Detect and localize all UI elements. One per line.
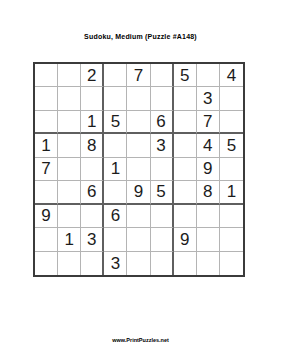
sudoku-cell-r9c8 [197, 252, 220, 275]
sudoku-cell-r3c7 [174, 111, 197, 134]
sudoku-cell-r5c3 [81, 158, 104, 181]
sudoku-cell-r6c5: 9 [127, 181, 150, 204]
sudoku-cell-r8c6 [151, 228, 174, 251]
sudoku-cell-r7c9 [220, 205, 243, 228]
sudoku-cell-r4c5 [127, 134, 150, 157]
sudoku-cell-r2c1 [35, 87, 58, 110]
sudoku-cell-r3c1 [35, 111, 58, 134]
sudoku-cell-r5c2 [58, 158, 81, 181]
sudoku-cell-r4c4 [104, 134, 127, 157]
sudoku-cell-r4c1: 1 [35, 134, 58, 157]
sudoku-cell-r3c3: 1 [81, 111, 104, 134]
sudoku-cell-r3c9 [220, 111, 243, 134]
sudoku-cell-r5c5 [127, 158, 150, 181]
sudoku-cell-r2c3 [81, 87, 104, 110]
sudoku-cell-r8c5 [127, 228, 150, 251]
sudoku-cell-r6c2 [58, 181, 81, 204]
sudoku-cell-r8c9 [220, 228, 243, 251]
sudoku-grid: 2754315671834571969581961393 [33, 62, 245, 277]
sudoku-cell-r6c3: 6 [81, 181, 104, 204]
sudoku-cell-r2c2 [58, 87, 81, 110]
sudoku-cell-r8c4 [104, 228, 127, 251]
sudoku-cell-r8c2: 1 [58, 228, 81, 251]
sudoku-cell-r6c1 [35, 181, 58, 204]
sudoku-cell-r2c6 [151, 87, 174, 110]
sudoku-cell-r5c7 [174, 158, 197, 181]
sudoku-cell-r5c1: 7 [35, 158, 58, 181]
sudoku-cell-r1c4 [104, 64, 127, 87]
sudoku-cell-r7c2 [58, 205, 81, 228]
sudoku-cell-r9c7 [174, 252, 197, 275]
sudoku-cell-r8c8 [197, 228, 220, 251]
sudoku-cell-r1c9: 4 [220, 64, 243, 87]
puzzle-page: Sudoku, Medium (Puzzle #A148) 2754315671… [0, 0, 281, 363]
sudoku-cell-r4c3: 8 [81, 134, 104, 157]
sudoku-cell-r2c4 [104, 87, 127, 110]
sudoku-cell-r1c7: 5 [174, 64, 197, 87]
sudoku-cell-r4c8: 4 [197, 134, 220, 157]
sudoku-cell-r9c2 [58, 252, 81, 275]
sudoku-cell-r5c6 [151, 158, 174, 181]
sudoku-cell-r9c4: 3 [104, 252, 127, 275]
sudoku-cell-r5c4: 1 [104, 158, 127, 181]
sudoku-cell-r9c5 [127, 252, 150, 275]
sudoku-cell-r9c1 [35, 252, 58, 275]
sudoku-cell-r4c9: 5 [220, 134, 243, 157]
sudoku-cell-r3c2 [58, 111, 81, 134]
sudoku-cell-r2c7 [174, 87, 197, 110]
sudoku-cell-r3c5 [127, 111, 150, 134]
sudoku-cell-r3c4: 5 [104, 111, 127, 134]
sudoku-cell-r1c3: 2 [81, 64, 104, 87]
sudoku-cell-r9c9 [220, 252, 243, 275]
sudoku-cell-r8c7: 9 [174, 228, 197, 251]
sudoku-cell-r4c7 [174, 134, 197, 157]
sudoku-cell-r1c2 [58, 64, 81, 87]
sudoku-cell-r6c9: 1 [220, 181, 243, 204]
sudoku-cell-r7c6 [151, 205, 174, 228]
sudoku-cell-r1c5: 7 [127, 64, 150, 87]
sudoku-cell-r9c3 [81, 252, 104, 275]
sudoku-cell-r8c3: 3 [81, 228, 104, 251]
sudoku-cell-r4c2 [58, 134, 81, 157]
sudoku-cell-r6c4 [104, 181, 127, 204]
sudoku-cell-r6c6: 5 [151, 181, 174, 204]
sudoku-cell-r1c1 [35, 64, 58, 87]
sudoku-cell-r1c8 [197, 64, 220, 87]
sudoku-cell-r2c9 [220, 87, 243, 110]
sudoku-cell-r8c1 [35, 228, 58, 251]
sudoku-cell-r5c8: 9 [197, 158, 220, 181]
sudoku-cell-r3c8: 7 [197, 111, 220, 134]
sudoku-cell-r7c4: 6 [104, 205, 127, 228]
sudoku-cell-r5c9 [220, 158, 243, 181]
puzzle-title: Sudoku, Medium (Puzzle #A148) [0, 33, 281, 40]
sudoku-cell-r7c5 [127, 205, 150, 228]
sudoku-cell-r7c3 [81, 205, 104, 228]
sudoku-cell-r6c7 [174, 181, 197, 204]
sudoku-cell-r7c8 [197, 205, 220, 228]
sudoku-cell-r4c6: 3 [151, 134, 174, 157]
sudoku-cell-r2c5 [127, 87, 150, 110]
sudoku-cell-r9c6 [151, 252, 174, 275]
sudoku-cell-r7c1: 9 [35, 205, 58, 228]
sudoku-cell-r3c6: 6 [151, 111, 174, 134]
sudoku-cell-r7c7 [174, 205, 197, 228]
sudoku-cell-r2c8: 3 [197, 87, 220, 110]
site-credit: www.PrintPuzzles.net [0, 337, 281, 343]
sudoku-cell-r6c8: 8 [197, 181, 220, 204]
sudoku-cell-r1c6 [151, 64, 174, 87]
